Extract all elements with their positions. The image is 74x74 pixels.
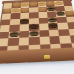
checker-piece-dark: ⛂: [29, 29, 39, 36]
checker-piece-dark: ⛂: [29, 23, 39, 30]
board-square: [70, 35, 74, 43]
checker-piece-dark: ⛂: [20, 17, 29, 23]
checker-piece-light: ⛂: [12, 2, 21, 7]
checkers-board-photo: ⛂⛂⛂⛂⛂⛂⛂⛂⛂⛂⛂⛂⛂⛂⛂⛂⛂⛂⛂: [0, 0, 74, 74]
checker-piece-light: ⛂: [11, 7, 20, 13]
checker-piece-light: ⛂: [65, 10, 74, 16]
checker-piece-light: ⛂: [21, 1, 30, 6]
checker-piece-dark: ⛂: [9, 30, 19, 37]
board-grid: ⛂⛂⛂⛂⛂⛂⛂⛂⛂⛂⛂⛂⛂⛂⛂⛂⛂⛂⛂: [0, 1, 74, 54]
checker-piece-light: ⛂: [20, 6, 29, 12]
checker-piece-light: ⛂: [29, 1, 38, 6]
brass-latch-icon: [44, 55, 50, 59]
checkers-board: ⛂⛂⛂⛂⛂⛂⛂⛂⛂⛂⛂⛂⛂⛂⛂⛂⛂⛂⛂: [0, 1, 74, 54]
